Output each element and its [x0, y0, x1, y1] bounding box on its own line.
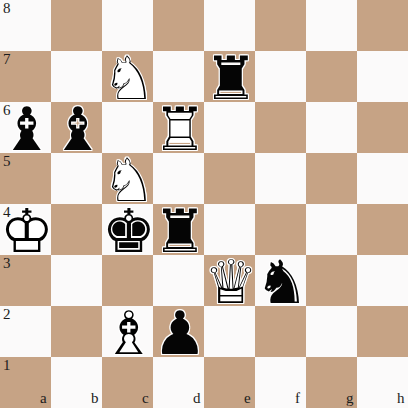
piece-fill-layer: ♜ [153, 102, 204, 153]
square-f6[interactable] [255, 102, 306, 153]
square-b5[interactable] [51, 153, 102, 204]
square-g4[interactable] [306, 204, 357, 255]
square-b4[interactable] [51, 204, 102, 255]
square-a6[interactable]: ♝ [0, 102, 51, 153]
piece-solid-layer: ♚ [102, 204, 153, 255]
square-f8[interactable] [255, 0, 306, 51]
square-b2[interactable] [51, 306, 102, 357]
piece-black-pawn: ♟ [153, 306, 204, 357]
piece-white-rook: ♜♖ [153, 102, 204, 153]
piece-white-king: ♚♔ [0, 204, 51, 255]
square-h7[interactable] [357, 51, 408, 102]
square-d6[interactable]: ♜♖ [153, 102, 204, 153]
square-e1[interactable] [204, 357, 255, 408]
square-e6[interactable] [204, 102, 255, 153]
square-d4[interactable]: ♜ [153, 204, 204, 255]
square-c2[interactable]: ♝♗ [102, 306, 153, 357]
square-a1[interactable] [0, 357, 51, 408]
piece-white-queen: ♛♕ [204, 255, 255, 306]
square-g3[interactable] [306, 255, 357, 306]
square-e3[interactable]: ♛♕ [204, 255, 255, 306]
piece-white-bishop: ♝♗ [102, 306, 153, 357]
piece-outline-layer: ♖ [153, 102, 204, 153]
square-f4[interactable] [255, 204, 306, 255]
square-e4[interactable] [204, 204, 255, 255]
square-e7[interactable]: ♜ [204, 51, 255, 102]
square-g7[interactable] [306, 51, 357, 102]
square-d8[interactable] [153, 0, 204, 51]
piece-black-bishop: ♝ [0, 102, 51, 153]
piece-fill-layer: ♛ [204, 255, 255, 306]
square-h2[interactable] [357, 306, 408, 357]
square-h8[interactable] [357, 0, 408, 51]
piece-black-rook: ♜ [204, 51, 255, 102]
square-a7[interactable] [0, 51, 51, 102]
square-c5[interactable]: ♞♘ [102, 153, 153, 204]
piece-fill-layer: ♞ [102, 153, 153, 204]
square-d7[interactable] [153, 51, 204, 102]
piece-white-knight: ♞♘ [102, 153, 153, 204]
square-c4[interactable]: ♚ [102, 204, 153, 255]
piece-solid-layer: ♜ [204, 51, 255, 102]
square-h3[interactable] [357, 255, 408, 306]
piece-black-king: ♚ [102, 204, 153, 255]
piece-black-knight: ♞ [255, 255, 306, 306]
square-g5[interactable] [306, 153, 357, 204]
square-h1[interactable] [357, 357, 408, 408]
piece-outline-layer: ♕ [204, 255, 255, 306]
square-g1[interactable] [306, 357, 357, 408]
square-b8[interactable] [51, 0, 102, 51]
square-e2[interactable] [204, 306, 255, 357]
square-c7[interactable]: ♞♘ [102, 51, 153, 102]
piece-solid-layer: ♝ [0, 102, 51, 153]
square-h4[interactable] [357, 204, 408, 255]
piece-white-knight: ♞♘ [102, 51, 153, 102]
square-e8[interactable] [204, 0, 255, 51]
piece-outline-layer: ♘ [102, 153, 153, 204]
square-b3[interactable] [51, 255, 102, 306]
square-c6[interactable] [102, 102, 153, 153]
square-c8[interactable] [102, 0, 153, 51]
square-b1[interactable] [51, 357, 102, 408]
square-f3[interactable]: ♞ [255, 255, 306, 306]
square-d3[interactable] [153, 255, 204, 306]
square-g8[interactable] [306, 0, 357, 51]
square-c1[interactable] [102, 357, 153, 408]
piece-outline-layer: ♘ [102, 51, 153, 102]
square-c3[interactable] [102, 255, 153, 306]
square-g2[interactable] [306, 306, 357, 357]
square-f1[interactable] [255, 357, 306, 408]
square-d2[interactable]: ♟ [153, 306, 204, 357]
square-b7[interactable] [51, 51, 102, 102]
square-h6[interactable] [357, 102, 408, 153]
piece-solid-layer: ♜ [153, 204, 204, 255]
square-d5[interactable] [153, 153, 204, 204]
piece-solid-layer: ♞ [255, 255, 306, 306]
square-h5[interactable] [357, 153, 408, 204]
piece-fill-layer: ♝ [102, 306, 153, 357]
square-b6[interactable]: ♝ [51, 102, 102, 153]
square-f5[interactable] [255, 153, 306, 204]
piece-solid-layer: ♟ [153, 306, 204, 357]
square-e5[interactable] [204, 153, 255, 204]
square-a8[interactable] [0, 0, 51, 51]
square-a3[interactable] [0, 255, 51, 306]
piece-black-bishop: ♝ [51, 102, 102, 153]
piece-fill-layer: ♞ [102, 51, 153, 102]
square-g6[interactable] [306, 102, 357, 153]
piece-outline-layer: ♔ [0, 204, 51, 255]
chess-board: ♞♘♜♝♝♜♖♞♘♚♔♚♜♛♕♞♝♗♟87654321abcdefgh [0, 0, 408, 408]
square-d1[interactable] [153, 357, 204, 408]
piece-solid-layer: ♝ [51, 102, 102, 153]
piece-fill-layer: ♚ [0, 204, 51, 255]
square-a2[interactable] [0, 306, 51, 357]
piece-outline-layer: ♗ [102, 306, 153, 357]
square-f7[interactable] [255, 51, 306, 102]
square-a5[interactable] [0, 153, 51, 204]
square-f2[interactable] [255, 306, 306, 357]
piece-black-rook: ♜ [153, 204, 204, 255]
square-a4[interactable]: ♚♔ [0, 204, 51, 255]
